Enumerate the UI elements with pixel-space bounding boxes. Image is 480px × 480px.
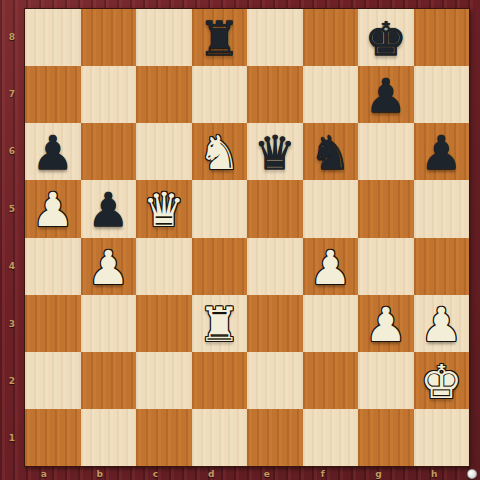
- square-a5[interactable]: ♟: [25, 180, 81, 237]
- white-pawn-b4[interactable]: ♟: [87, 244, 129, 291]
- square-e1[interactable]: [247, 409, 303, 466]
- square-g5[interactable]: [358, 180, 414, 237]
- square-b2[interactable]: [81, 352, 137, 409]
- white-to-move-indicator: [467, 469, 477, 479]
- square-c5[interactable]: ♛: [136, 180, 192, 237]
- square-c1[interactable]: [136, 409, 192, 466]
- square-f4[interactable]: ♟: [303, 238, 359, 295]
- square-d6[interactable]: ♞: [192, 123, 248, 180]
- square-d5[interactable]: [192, 180, 248, 237]
- square-h5[interactable]: [414, 180, 470, 237]
- file-labels: abcdefgh: [24, 467, 470, 480]
- square-d1[interactable]: [192, 409, 248, 466]
- square-g8[interactable]: ♚: [358, 9, 414, 66]
- square-e2[interactable]: [247, 352, 303, 409]
- square-e7[interactable]: [247, 66, 303, 123]
- rank-label-7: 7: [0, 65, 24, 122]
- square-e5[interactable]: [247, 180, 303, 237]
- square-b5[interactable]: ♟: [81, 180, 137, 237]
- square-c6[interactable]: [136, 123, 192, 180]
- square-b7[interactable]: [81, 66, 137, 123]
- black-rook-d8[interactable]: ♜: [198, 15, 240, 62]
- square-e3[interactable]: [247, 295, 303, 352]
- square-a7[interactable]: [25, 66, 81, 123]
- square-d3[interactable]: ♜: [192, 295, 248, 352]
- square-h6[interactable]: ♟: [414, 123, 470, 180]
- square-d7[interactable]: [192, 66, 248, 123]
- square-d2[interactable]: [192, 352, 248, 409]
- square-f6[interactable]: ♞: [303, 123, 359, 180]
- square-h3[interactable]: ♟: [414, 295, 470, 352]
- file-label-a: a: [16, 467, 72, 480]
- file-label-e: e: [239, 467, 295, 480]
- white-pawn-g3[interactable]: ♟: [365, 301, 407, 348]
- black-queen-e6[interactable]: ♛: [254, 129, 296, 176]
- square-a4[interactable]: [25, 238, 81, 295]
- square-a1[interactable]: [25, 409, 81, 466]
- square-c2[interactable]: [136, 352, 192, 409]
- white-pawn-a5[interactable]: ♟: [32, 186, 74, 233]
- square-a8[interactable]: [25, 9, 81, 66]
- square-g2[interactable]: [358, 352, 414, 409]
- square-f8[interactable]: [303, 9, 359, 66]
- white-knight-d6[interactable]: ♞: [198, 129, 240, 176]
- file-label-c: c: [128, 467, 184, 480]
- square-b4[interactable]: ♟: [81, 238, 137, 295]
- square-b1[interactable]: [81, 409, 137, 466]
- file-label-f: f: [295, 467, 351, 480]
- square-g4[interactable]: [358, 238, 414, 295]
- board-frame: ♜♚♟♟♞♛♞♟♟♟♛♟♟♜♟♟♚ 87654321 abcdefgh: [0, 0, 480, 480]
- square-c3[interactable]: [136, 295, 192, 352]
- square-f2[interactable]: [303, 352, 359, 409]
- square-e6[interactable]: ♛: [247, 123, 303, 180]
- black-pawn-h6[interactable]: ♟: [420, 129, 462, 176]
- rank-label-2: 2: [0, 352, 24, 409]
- white-queen-c5[interactable]: ♛: [143, 186, 185, 233]
- square-c8[interactable]: [136, 9, 192, 66]
- square-a2[interactable]: [25, 352, 81, 409]
- square-f7[interactable]: [303, 66, 359, 123]
- square-g6[interactable]: [358, 123, 414, 180]
- square-f3[interactable]: [303, 295, 359, 352]
- square-g7[interactable]: ♟: [358, 66, 414, 123]
- rank-labels: 87654321: [0, 8, 24, 467]
- square-f1[interactable]: [303, 409, 359, 466]
- square-g1[interactable]: [358, 409, 414, 466]
- file-label-b: b: [72, 467, 128, 480]
- black-pawn-g7[interactable]: ♟: [365, 72, 407, 119]
- square-a6[interactable]: ♟: [25, 123, 81, 180]
- black-knight-f6[interactable]: ♞: [309, 129, 351, 176]
- rank-label-6: 6: [0, 123, 24, 180]
- square-h2[interactable]: ♚: [414, 352, 470, 409]
- square-h4[interactable]: [414, 238, 470, 295]
- black-king-g8[interactable]: ♚: [365, 15, 407, 62]
- square-e8[interactable]: [247, 9, 303, 66]
- rank-label-3: 3: [0, 295, 24, 352]
- square-h8[interactable]: [414, 9, 470, 66]
- chess-board: ♜♚♟♟♞♛♞♟♟♟♛♟♟♜♟♟♚: [24, 8, 470, 467]
- black-pawn-b5[interactable]: ♟: [87, 186, 129, 233]
- square-d4[interactable]: [192, 238, 248, 295]
- square-h1[interactable]: [414, 409, 470, 466]
- square-h7[interactable]: [414, 66, 470, 123]
- square-b3[interactable]: [81, 295, 137, 352]
- rank-label-1: 1: [0, 410, 24, 467]
- square-g3[interactable]: ♟: [358, 295, 414, 352]
- file-label-h: h: [406, 467, 462, 480]
- square-b8[interactable]: [81, 9, 137, 66]
- square-c4[interactable]: [136, 238, 192, 295]
- white-pawn-h3[interactable]: ♟: [420, 301, 462, 348]
- black-pawn-a6[interactable]: ♟: [32, 129, 74, 176]
- square-c7[interactable]: [136, 66, 192, 123]
- white-rook-d3[interactable]: ♜: [198, 301, 240, 348]
- rank-label-5: 5: [0, 180, 24, 237]
- square-f5[interactable]: [303, 180, 359, 237]
- rank-label-4: 4: [0, 238, 24, 295]
- file-label-g: g: [351, 467, 407, 480]
- square-a3[interactable]: [25, 295, 81, 352]
- square-e4[interactable]: [247, 238, 303, 295]
- square-b6[interactable]: [81, 123, 137, 180]
- file-label-d: d: [183, 467, 239, 480]
- rank-label-8: 8: [0, 8, 24, 65]
- square-d8[interactable]: ♜: [192, 9, 248, 66]
- white-king-h2[interactable]: ♚: [420, 358, 462, 405]
- white-pawn-f4[interactable]: ♟: [309, 244, 351, 291]
